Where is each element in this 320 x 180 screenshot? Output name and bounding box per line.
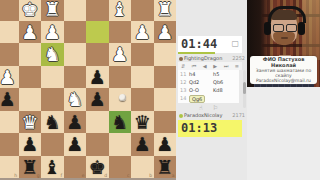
board-square[interactable] bbox=[64, 0, 87, 21]
board-square[interactable]: ♞ bbox=[41, 111, 64, 134]
board-square[interactable] bbox=[131, 88, 154, 111]
file-label: d bbox=[104, 173, 107, 178]
white-player-row[interactable]: FightingDragon 2252 bbox=[179, 54, 245, 62]
board-square[interactable] bbox=[41, 66, 64, 89]
headphones-band-icon bbox=[268, 6, 306, 23]
black-move[interactable]: Kd8 bbox=[213, 86, 237, 94]
black-pawn-piece[interactable]: ♟ bbox=[154, 133, 177, 156]
jump-start-icon[interactable]: ⏮ bbox=[192, 62, 197, 70]
white-knight-piece[interactable]: ♞ bbox=[41, 43, 64, 66]
black-knight-piece[interactable]: ♞ bbox=[41, 111, 64, 134]
white-pawn-piece[interactable]: ♟ bbox=[109, 43, 132, 66]
webcam-caption: ФИО Пастухов Николай Занятия шахматами п… bbox=[250, 56, 317, 84]
board-square[interactable] bbox=[64, 43, 87, 66]
black-rook-piece[interactable]: ♜ bbox=[19, 156, 42, 179]
board-square[interactable]: ♟ bbox=[131, 133, 154, 156]
board-square[interactable] bbox=[86, 43, 109, 66]
white-king-piece[interactable]: ♚ bbox=[19, 0, 42, 21]
clock-settings-icon[interactable]: ▢ bbox=[231, 40, 239, 48]
glasses-right-lens-icon bbox=[286, 24, 297, 32]
black-move[interactable] bbox=[213, 94, 237, 102]
board-square[interactable] bbox=[109, 21, 132, 44]
board-square[interactable] bbox=[19, 66, 42, 89]
board-square[interactable]: ♟ bbox=[64, 111, 87, 134]
white-player-rating: 2252 bbox=[232, 54, 245, 62]
flip-board-icon[interactable]: ⇵ bbox=[181, 62, 185, 70]
white-player-clock: 01:44 ▢ bbox=[178, 36, 242, 53]
board-square[interactable]: 2 bbox=[0, 21, 19, 44]
file-label: b bbox=[149, 173, 152, 178]
board-square[interactable] bbox=[131, 43, 154, 66]
black-pawn-piece[interactable]: ♟ bbox=[19, 133, 42, 156]
board-square[interactable] bbox=[154, 43, 177, 66]
board-square[interactable]: ♝f bbox=[41, 156, 64, 179]
board-square[interactable]: 3 bbox=[0, 43, 19, 66]
file-label: h bbox=[14, 173, 17, 178]
board-square[interactable]: ♛ bbox=[19, 111, 42, 134]
board-square[interactable] bbox=[109, 66, 132, 89]
board-square[interactable]: ♟ bbox=[154, 21, 177, 44]
board-square[interactable] bbox=[109, 133, 132, 156]
board-square[interactable]: ♟ bbox=[19, 21, 42, 44]
step-back-icon[interactable]: ◀ bbox=[203, 62, 207, 70]
board-square[interactable] bbox=[64, 21, 87, 44]
board-square[interactable]: 8h bbox=[0, 156, 19, 179]
white-move[interactable]: h4 bbox=[189, 71, 195, 77]
white-player-indicator-icon bbox=[179, 57, 183, 61]
file-label: e bbox=[82, 173, 85, 178]
board-square[interactable]: ♟5 bbox=[0, 88, 19, 111]
board-square[interactable] bbox=[154, 66, 177, 89]
board-square[interactable]: ♜a bbox=[154, 156, 177, 179]
board-square[interactable]: e bbox=[64, 156, 87, 179]
board-square[interactable]: ♜ bbox=[154, 0, 177, 21]
board-square[interactable]: ♟ bbox=[131, 21, 154, 44]
white-move[interactable]: O-O bbox=[189, 87, 199, 93]
move-number: 13 bbox=[178, 86, 189, 94]
black-rook-piece[interactable]: ♜ bbox=[154, 156, 177, 179]
black-bishop-piece[interactable]: ♝ bbox=[41, 156, 64, 179]
board-square[interactable]: ♝ bbox=[109, 0, 132, 21]
caption-info-line: Занятия шахматами по скайпу bbox=[251, 68, 316, 78]
black-pawn-piece[interactable]: ♟ bbox=[131, 133, 154, 156]
white-rook-piece[interactable]: ♜ bbox=[41, 0, 64, 21]
board-square[interactable] bbox=[86, 111, 109, 134]
file-label: a bbox=[172, 173, 175, 178]
streamer-mouth bbox=[281, 37, 288, 39]
board-square[interactable]: ♞ bbox=[64, 88, 87, 111]
streamer-webcam: ФИО Пастухов Николай Занятия шахматами п… bbox=[247, 0, 320, 87]
move-row[interactable]: 13O-OKd8 bbox=[178, 86, 239, 94]
board-square[interactable]: 6 bbox=[0, 111, 19, 134]
move-list[interactable]: 11h4h512Qd2Qb613O-OKd814Qg6 bbox=[178, 70, 239, 103]
black-move[interactable]: Qb6 bbox=[213, 78, 237, 86]
white-pawn-piece[interactable]: ♟ bbox=[131, 21, 154, 44]
board-square[interactable] bbox=[19, 43, 42, 66]
white-pawn-piece[interactable]: ♟ bbox=[41, 21, 64, 44]
options-icon[interactable]: ≡ bbox=[235, 62, 239, 70]
move-number: 14 bbox=[178, 94, 189, 102]
black-pawn-piece[interactable]: ♟ bbox=[86, 88, 109, 111]
mouse-cursor-dot bbox=[119, 94, 126, 101]
black-knight-piece[interactable]: ♞ bbox=[109, 111, 132, 134]
board-square[interactable]: ♛ bbox=[131, 111, 154, 134]
step-forward-icon[interactable]: ▶ bbox=[213, 62, 217, 70]
white-player-name: FightingDragon bbox=[184, 55, 222, 61]
game-side-panel: 01:44 ▢ FightingDragon 2252 ⇵⏮◀▶⏭≡ 11h4h… bbox=[176, 0, 247, 180]
white-pawn-piece[interactable]: ♟ bbox=[19, 21, 42, 44]
black-king-piece[interactable]: ♚ bbox=[86, 156, 109, 179]
board-square[interactable]: ♟ bbox=[41, 21, 64, 44]
move-row[interactable]: 12Qd2Qb6 bbox=[178, 78, 239, 86]
board-square[interactable]: 7 bbox=[0, 133, 19, 156]
white-pawn-piece[interactable]: ♟ bbox=[0, 66, 19, 89]
glasses-left-lens-icon bbox=[273, 24, 284, 32]
move-number: 11 bbox=[178, 70, 189, 78]
board-square[interactable]: ♞ bbox=[109, 111, 132, 134]
board-square[interactable]: ♚ bbox=[19, 0, 42, 21]
file-label: f bbox=[60, 173, 62, 178]
board-square[interactable]: 1 bbox=[0, 0, 19, 21]
board-square[interactable] bbox=[154, 88, 177, 111]
black-move[interactable]: h5 bbox=[213, 70, 237, 78]
black-player-clock-active: 01:13 bbox=[178, 120, 242, 137]
black-player-row[interactable]: ParadoxNicolay 2171 bbox=[179, 111, 245, 119]
board-square[interactable]: ♟4 bbox=[0, 66, 19, 89]
board-square[interactable]: ♟ bbox=[86, 88, 109, 111]
white-knight-piece[interactable]: ♞ bbox=[64, 88, 87, 111]
move-row[interactable]: 14Qg6 bbox=[178, 94, 239, 102]
board-square[interactable]: ♟ bbox=[19, 133, 42, 156]
board-square[interactable]: ♟ bbox=[86, 66, 109, 89]
board-square[interactable]: ♚d bbox=[86, 156, 109, 179]
black-pawn-piece[interactable]: ♟ bbox=[0, 88, 19, 111]
white-move[interactable]: Qg6 bbox=[189, 95, 205, 103]
move-row[interactable]: 11h4h5 bbox=[178, 70, 239, 78]
board-square[interactable] bbox=[86, 133, 109, 156]
headphones-left-cup-icon bbox=[264, 22, 271, 35]
black-player-indicator-icon bbox=[179, 114, 183, 118]
black-pawn-piece[interactable]: ♟ bbox=[64, 133, 87, 156]
board-square[interactable] bbox=[41, 88, 64, 111]
board-square[interactable] bbox=[131, 66, 154, 89]
black-player-name: ParadoxNicolay bbox=[184, 112, 222, 118]
headphones-right-cup-icon bbox=[298, 22, 305, 35]
file-label: g bbox=[37, 173, 40, 178]
board-square[interactable] bbox=[154, 111, 177, 134]
move-list-scrollbar[interactable] bbox=[243, 70, 246, 108]
board-edge-shadow bbox=[0, 178, 176, 180]
white-bishop-piece[interactable]: ♝ bbox=[109, 0, 132, 21]
board-square[interactable]: ♟ bbox=[109, 43, 132, 66]
board-square[interactable]: b bbox=[131, 156, 154, 179]
move-number: 12 bbox=[178, 78, 189, 86]
black-queen-piece[interactable]: ♛ bbox=[131, 111, 154, 134]
black-pawn-piece[interactable]: ♟ bbox=[86, 66, 109, 89]
board-square[interactable]: ♞ bbox=[41, 43, 64, 66]
jump-end-icon[interactable]: ⏭ bbox=[224, 62, 229, 70]
caption-name-line: ФИО Пастухов Николай bbox=[251, 57, 316, 68]
black-pawn-piece[interactable]: ♟ bbox=[64, 111, 87, 134]
board-square[interactable] bbox=[41, 133, 64, 156]
black-player-rating: 2171 bbox=[232, 111, 245, 119]
black-clock-time: 01:13 bbox=[178, 120, 242, 137]
board-square[interactable]: ♜ bbox=[41, 0, 64, 21]
white-queen-piece[interactable]: ♛ bbox=[19, 111, 42, 134]
board-square[interactable] bbox=[86, 21, 109, 44]
board-square[interactable] bbox=[64, 66, 87, 89]
white-pawn-piece[interactable]: ♟ bbox=[154, 21, 177, 44]
chess-board[interactable]: 1♚♜♝♜2♟♟♟♟3♞♟♟4♟♟5♞♟6♛♞♟♞♛7♟♟♟♟8h♜g♝fe♚d… bbox=[0, 0, 176, 178]
caption-email-line: ParadoxNicolay@mail.ru bbox=[251, 78, 316, 83]
white-move[interactable]: Qd2 bbox=[189, 79, 199, 85]
board-square[interactable]: ♟ bbox=[64, 133, 87, 156]
scrollbar-thumb[interactable] bbox=[243, 82, 246, 94]
board-square[interactable]: c bbox=[109, 156, 132, 179]
move-controls: ⇵⏮◀▶⏭≡ bbox=[178, 62, 242, 70]
board-square[interactable] bbox=[131, 0, 154, 21]
board-square[interactable] bbox=[86, 0, 109, 21]
file-label: c bbox=[127, 173, 129, 178]
board-square[interactable]: ♟ bbox=[154, 133, 177, 156]
white-rook-piece[interactable]: ♜ bbox=[154, 0, 177, 21]
board-square[interactable]: ♜g bbox=[19, 156, 42, 179]
board-square[interactable] bbox=[19, 88, 42, 111]
